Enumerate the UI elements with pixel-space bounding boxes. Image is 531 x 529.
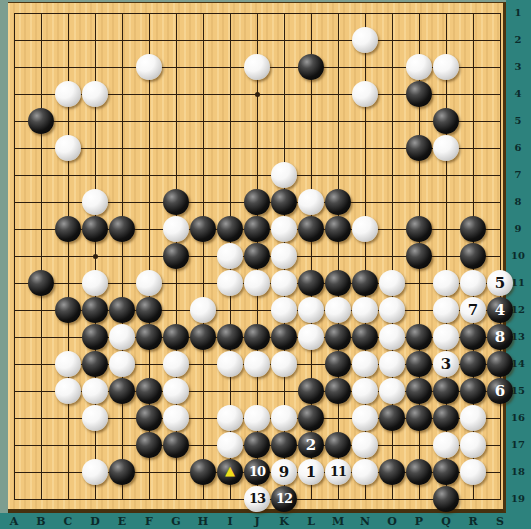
black-stone[interactable] bbox=[163, 324, 189, 350]
black-stone[interactable] bbox=[325, 432, 351, 458]
black-stone[interactable] bbox=[28, 108, 54, 134]
column-label-F: F bbox=[141, 515, 157, 528]
white-stone[interactable] bbox=[82, 81, 108, 107]
column-label-C: C bbox=[60, 515, 76, 528]
white-stone[interactable] bbox=[379, 270, 405, 296]
white-stone[interactable] bbox=[352, 432, 378, 458]
white-stone[interactable] bbox=[460, 432, 486, 458]
white-stone[interactable] bbox=[136, 270, 162, 296]
black-stone[interactable] bbox=[136, 324, 162, 350]
black-stone[interactable] bbox=[109, 297, 135, 323]
white-stone[interactable]: 1 bbox=[298, 459, 324, 485]
black-stone[interactable] bbox=[433, 378, 459, 404]
column-label-L: L bbox=[303, 515, 319, 528]
black-stone[interactable] bbox=[406, 216, 432, 242]
white-stone[interactable] bbox=[433, 297, 459, 323]
white-stone[interactable] bbox=[433, 270, 459, 296]
white-stone[interactable] bbox=[55, 378, 81, 404]
move-number-label: 6 bbox=[487, 378, 513, 404]
white-stone[interactable] bbox=[271, 351, 297, 377]
row-label-6: 6 bbox=[507, 142, 529, 153]
black-stone[interactable] bbox=[487, 351, 513, 377]
black-stone[interactable] bbox=[244, 189, 270, 215]
black-stone[interactable] bbox=[460, 378, 486, 404]
white-stone[interactable] bbox=[163, 351, 189, 377]
white-stone[interactable]: 3 bbox=[433, 351, 459, 377]
black-stone[interactable]: 12 bbox=[271, 486, 297, 512]
white-stone[interactable] bbox=[433, 432, 459, 458]
white-stone[interactable] bbox=[271, 270, 297, 296]
black-stone[interactable]: 4 bbox=[487, 297, 513, 323]
white-stone[interactable] bbox=[271, 297, 297, 323]
white-stone[interactable] bbox=[217, 270, 243, 296]
black-stone[interactable] bbox=[217, 216, 243, 242]
black-stone[interactable] bbox=[352, 324, 378, 350]
white-stone[interactable] bbox=[109, 324, 135, 350]
white-stone[interactable] bbox=[352, 297, 378, 323]
black-stone[interactable] bbox=[163, 432, 189, 458]
column-label-J: J bbox=[249, 515, 265, 528]
black-stone[interactable] bbox=[298, 216, 324, 242]
white-stone[interactable]: 13 bbox=[244, 486, 270, 512]
white-stone[interactable] bbox=[460, 270, 486, 296]
grid-line-horizontal bbox=[14, 13, 501, 14]
black-stone[interactable] bbox=[325, 378, 351, 404]
black-stone[interactable] bbox=[82, 297, 108, 323]
black-stone[interactable] bbox=[406, 351, 432, 377]
white-stone[interactable] bbox=[379, 297, 405, 323]
white-stone[interactable] bbox=[271, 243, 297, 269]
white-stone[interactable] bbox=[271, 405, 297, 431]
black-stone[interactable] bbox=[406, 243, 432, 269]
black-stone[interactable] bbox=[244, 216, 270, 242]
row-label-1: 1 bbox=[507, 7, 529, 18]
black-stone[interactable] bbox=[271, 324, 297, 350]
star-point bbox=[255, 92, 260, 97]
black-stone[interactable] bbox=[460, 351, 486, 377]
row-label-9: 9 bbox=[507, 223, 529, 234]
white-stone[interactable] bbox=[82, 270, 108, 296]
grid-line-horizontal bbox=[14, 175, 501, 176]
column-label-B: B bbox=[33, 515, 49, 528]
white-stone[interactable] bbox=[217, 351, 243, 377]
black-stone[interactable] bbox=[217, 324, 243, 350]
column-label-G: G bbox=[168, 515, 184, 528]
column-label-N: N bbox=[357, 515, 373, 528]
black-stone[interactable] bbox=[298, 270, 324, 296]
white-stone[interactable] bbox=[379, 324, 405, 350]
column-label-R: R bbox=[465, 515, 481, 528]
black-stone[interactable] bbox=[109, 459, 135, 485]
black-stone[interactable] bbox=[406, 405, 432, 431]
white-stone[interactable] bbox=[325, 297, 351, 323]
left-edge-strip bbox=[0, 0, 8, 513]
white-stone[interactable] bbox=[406, 54, 432, 80]
column-label-D: D bbox=[87, 515, 103, 528]
white-stone[interactable] bbox=[271, 216, 297, 242]
black-stone[interactable] bbox=[460, 324, 486, 350]
row-label-18: 18 bbox=[507, 466, 529, 477]
black-stone[interactable] bbox=[244, 432, 270, 458]
white-stone[interactable] bbox=[379, 378, 405, 404]
move-number-label: 11 bbox=[325, 459, 351, 485]
black-stone[interactable] bbox=[55, 297, 81, 323]
white-stone[interactable] bbox=[379, 351, 405, 377]
white-stone[interactable] bbox=[433, 324, 459, 350]
black-stone[interactable] bbox=[433, 459, 459, 485]
black-stone[interactable] bbox=[406, 324, 432, 350]
column-label-H: H bbox=[195, 515, 211, 528]
move-number-label: 10 bbox=[244, 459, 270, 485]
white-stone[interactable] bbox=[163, 405, 189, 431]
black-stone[interactable] bbox=[28, 270, 54, 296]
white-stone[interactable] bbox=[82, 405, 108, 431]
column-label-P: P bbox=[411, 515, 427, 528]
row-label-2: 2 bbox=[507, 34, 529, 45]
black-stone[interactable] bbox=[82, 351, 108, 377]
column-label-Q: Q bbox=[438, 515, 454, 528]
black-stone[interactable] bbox=[136, 297, 162, 323]
white-stone[interactable] bbox=[55, 351, 81, 377]
black-stone[interactable]: 10 bbox=[244, 459, 270, 485]
black-stone[interactable] bbox=[271, 432, 297, 458]
white-stone[interactable] bbox=[82, 189, 108, 215]
white-stone[interactable] bbox=[244, 270, 270, 296]
black-stone[interactable]: 8 bbox=[487, 324, 513, 350]
row-label-10: 10 bbox=[507, 250, 529, 261]
column-label-O: O bbox=[384, 515, 400, 528]
white-stone[interactable] bbox=[217, 243, 243, 269]
black-stone[interactable] bbox=[325, 216, 351, 242]
column-label-K: K bbox=[276, 515, 292, 528]
black-stone[interactable] bbox=[82, 216, 108, 242]
black-stone[interactable] bbox=[190, 216, 216, 242]
black-stone[interactable] bbox=[460, 216, 486, 242]
black-stone[interactable] bbox=[244, 324, 270, 350]
black-stone[interactable] bbox=[433, 108, 459, 134]
black-stone[interactable]: 6 bbox=[487, 378, 513, 404]
column-label-S: S bbox=[492, 515, 508, 528]
black-stone[interactable] bbox=[352, 270, 378, 296]
black-stone[interactable] bbox=[190, 459, 216, 485]
black-stone[interactable] bbox=[163, 243, 189, 269]
black-stone[interactable] bbox=[298, 405, 324, 431]
move-number-label: 3 bbox=[433, 351, 459, 377]
move-number-label: 7 bbox=[460, 297, 486, 323]
row-label-19: 19 bbox=[507, 493, 529, 504]
star-point bbox=[93, 254, 98, 259]
white-stone[interactable] bbox=[109, 351, 135, 377]
black-stone[interactable] bbox=[244, 243, 270, 269]
white-stone[interactable] bbox=[271, 162, 297, 188]
black-stone[interactable] bbox=[379, 459, 405, 485]
white-stone[interactable] bbox=[244, 54, 270, 80]
white-stone[interactable]: 7 bbox=[460, 297, 486, 323]
white-stone[interactable] bbox=[244, 351, 270, 377]
black-stone[interactable] bbox=[433, 405, 459, 431]
white-stone[interactable] bbox=[352, 27, 378, 53]
move-number-label: 2 bbox=[298, 432, 324, 458]
move-number-label: 4 bbox=[487, 297, 513, 323]
black-stone[interactable] bbox=[325, 351, 351, 377]
black-stone[interactable] bbox=[433, 486, 459, 512]
white-stone[interactable] bbox=[55, 81, 81, 107]
grid-line-horizontal bbox=[14, 121, 501, 122]
black-stone[interactable] bbox=[136, 378, 162, 404]
black-stone[interactable] bbox=[406, 459, 432, 485]
white-stone[interactable] bbox=[433, 54, 459, 80]
white-stone[interactable] bbox=[163, 216, 189, 242]
white-stone[interactable] bbox=[433, 135, 459, 161]
black-stone[interactable] bbox=[406, 378, 432, 404]
black-stone[interactable] bbox=[55, 216, 81, 242]
move-number-label: 8 bbox=[487, 324, 513, 350]
column-label-M: M bbox=[330, 515, 346, 528]
black-stone[interactable] bbox=[325, 324, 351, 350]
black-stone[interactable] bbox=[109, 378, 135, 404]
black-stone[interactable] bbox=[406, 81, 432, 107]
white-stone[interactable] bbox=[352, 405, 378, 431]
black-stone[interactable] bbox=[298, 378, 324, 404]
black-stone[interactable]: ▲ bbox=[217, 459, 243, 485]
row-label-3: 3 bbox=[507, 61, 529, 72]
white-stone[interactable] bbox=[352, 351, 378, 377]
white-stone[interactable] bbox=[82, 459, 108, 485]
white-stone[interactable]: 5 bbox=[487, 270, 513, 296]
column-label-A: A bbox=[6, 515, 22, 528]
white-stone[interactable]: 9 bbox=[271, 459, 297, 485]
white-stone[interactable]: 11 bbox=[325, 459, 351, 485]
white-stone[interactable] bbox=[136, 54, 162, 80]
row-label-5: 5 bbox=[507, 115, 529, 126]
black-stone[interactable] bbox=[190, 324, 216, 350]
go-board-screenshot: 5748362▲1091111312ABCDEFGHIJKLMNOPQRS123… bbox=[0, 0, 531, 529]
move-number-label: 13 bbox=[244, 486, 270, 512]
row-label-17: 17 bbox=[507, 439, 529, 450]
black-stone[interactable] bbox=[406, 135, 432, 161]
white-stone[interactable] bbox=[55, 135, 81, 161]
white-stone[interactable] bbox=[298, 297, 324, 323]
white-stone[interactable] bbox=[298, 189, 324, 215]
white-stone[interactable] bbox=[217, 405, 243, 431]
white-stone[interactable] bbox=[352, 216, 378, 242]
black-stone[interactable] bbox=[136, 405, 162, 431]
black-stone[interactable] bbox=[109, 216, 135, 242]
move-number-label: 1 bbox=[298, 459, 324, 485]
black-stone[interactable] bbox=[379, 405, 405, 431]
white-stone[interactable] bbox=[298, 324, 324, 350]
grid-line-horizontal bbox=[14, 40, 501, 41]
black-stone[interactable] bbox=[163, 189, 189, 215]
black-stone[interactable] bbox=[460, 243, 486, 269]
column-label-E: E bbox=[114, 515, 130, 528]
black-stone[interactable] bbox=[82, 324, 108, 350]
black-stone[interactable] bbox=[136, 432, 162, 458]
move-number-label: 9 bbox=[271, 459, 297, 485]
white-stone[interactable] bbox=[190, 297, 216, 323]
black-stone[interactable] bbox=[298, 54, 324, 80]
white-stone[interactable] bbox=[163, 378, 189, 404]
white-stone[interactable] bbox=[352, 81, 378, 107]
black-stone[interactable] bbox=[271, 189, 297, 215]
black-stone[interactable]: 2 bbox=[298, 432, 324, 458]
row-label-4: 4 bbox=[507, 88, 529, 99]
white-stone[interactable] bbox=[217, 432, 243, 458]
column-label-I: I bbox=[222, 515, 238, 528]
black-stone[interactable] bbox=[325, 189, 351, 215]
white-stone[interactable] bbox=[244, 405, 270, 431]
black-stone[interactable] bbox=[325, 270, 351, 296]
row-label-16: 16 bbox=[507, 412, 529, 423]
white-stone[interactable] bbox=[352, 378, 378, 404]
move-number-label: 5 bbox=[487, 270, 513, 296]
move-number-label: 12 bbox=[271, 486, 297, 512]
white-stone[interactable] bbox=[460, 405, 486, 431]
triangle-marker: ▲ bbox=[217, 458, 243, 485]
white-stone[interactable] bbox=[460, 459, 486, 485]
white-stone[interactable] bbox=[82, 378, 108, 404]
row-label-8: 8 bbox=[507, 196, 529, 207]
white-stone[interactable] bbox=[352, 459, 378, 485]
row-label-7: 7 bbox=[507, 169, 529, 180]
